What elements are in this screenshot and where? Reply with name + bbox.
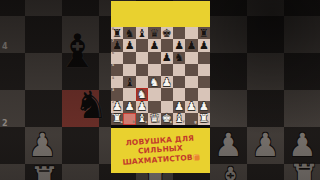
square-d7[interactable]: ♟ [148,39,160,51]
square-c1[interactable]: c♝ [136,113,148,125]
rank-coordinate: 4 [112,77,114,81]
square-b3[interactable] [123,88,135,100]
piece-white-pawn-e4[interactable]: ♟ [161,76,173,88]
square-g1[interactable]: g [185,113,197,125]
square-a2[interactable]: 2♟ [111,101,123,113]
square-f1[interactable]: f♝ [173,113,185,125]
square-f2[interactable]: ♟ [173,101,185,113]
square-h2[interactable]: ♟ [198,101,210,113]
square-e6[interactable]: ♟ [161,52,173,64]
piece-white-pawn-g2[interactable]: ♟ [185,101,197,113]
rank-coordinate: 6 [112,52,114,56]
piece-black-knight-f6[interactable]: ♞ [173,52,185,64]
square-c6[interactable] [136,52,148,64]
square-f7[interactable]: ♟ [173,39,185,51]
square-a3[interactable]: 3 [111,88,123,100]
square-a1[interactable]: 1a♜ [111,113,123,125]
square-d1[interactable]: d♛ [148,113,160,125]
piece-black-bishop-c8[interactable]: ♝ [136,27,148,39]
square-h4[interactable] [198,76,210,88]
piece-black-rook-a8[interactable]: ♜ [111,27,123,39]
square-h6[interactable] [198,52,210,64]
square-f5[interactable] [173,64,185,76]
square-b6[interactable] [123,52,135,64]
square-g3[interactable] [185,88,197,100]
piece-black-knight-b8[interactable]: ♞ [123,27,135,39]
piece-black-queen-d8[interactable]: ♛ [148,27,160,39]
square-h5[interactable] [198,64,210,76]
caption-line-3: ШАХМАТИСТОВ [122,153,200,167]
piece-white-rook-h1[interactable]: ♜ [198,113,210,125]
square-g8[interactable] [185,27,197,39]
square-b2[interactable]: ♟ [123,101,135,113]
square-e3[interactable] [161,88,173,100]
piece-white-rook-a1[interactable]: ♜ [111,113,123,125]
square-e8[interactable]: ♚ [161,27,173,39]
piece-black-pawn-e6[interactable]: ♟ [161,52,173,64]
piece-white-pawn-b2[interactable]: ♟ [123,101,135,113]
bottom-banner: ЛОВУШКА ДЛЯ СИЛЬНЫХ ШАХМАТИСТОВ [111,128,210,173]
piece-white-pawn-a2[interactable]: ♟ [111,101,123,113]
piece-white-bishop-c1[interactable]: ♝ [136,113,148,125]
piece-black-pawn-a7[interactable]: ♟ [111,39,123,51]
square-d3[interactable] [148,88,160,100]
rank-coordinate: 3 [112,89,114,93]
file-coordinate: g [194,121,197,125]
piece-black-bishop-b4[interactable]: ♝ [123,76,135,88]
square-e2[interactable] [161,101,173,113]
square-h3[interactable] [198,88,210,100]
square-f8[interactable] [173,27,185,39]
chess-board[interactable]: 8♜♞♝♛♚♜7♟♟♟♟♟♟6♟♞54♝♞♟3♞2♟♟♟♟♟♟1a♜bc♝d♛e… [111,27,210,125]
video-frame: 42♝♞♟♟♟♟♜♜♝♜ 8♜♞♝♛♚♜7♟♟♟♟♟♟6♟♞54♝♞♟3♞2♟♟… [0,0,320,180]
top-banner [111,1,210,27]
square-e4[interactable]: ♟ [161,76,173,88]
square-c4[interactable] [136,76,148,88]
square-c2[interactable]: ♟ [136,101,148,113]
piece-black-rook-h8[interactable]: ♜ [198,27,210,39]
square-d8[interactable]: ♛ [148,27,160,39]
piece-black-pawn-h7[interactable]: ♟ [198,39,210,51]
piece-white-pawn-h2[interactable]: ♟ [198,101,210,113]
square-g4[interactable] [185,76,197,88]
piece-white-knight-c3[interactable]: ♞ [136,88,148,100]
square-a8[interactable]: 8♜ [111,27,123,39]
square-e1[interactable]: e♚ [161,113,173,125]
square-d4[interactable]: ♞ [148,76,160,88]
piece-white-queen-d1[interactable]: ♛ [148,113,160,125]
square-d2[interactable] [148,101,160,113]
piece-black-pawn-d7[interactable]: ♟ [148,39,160,51]
square-h7[interactable]: ♟ [198,39,210,51]
square-g7[interactable]: ♟ [185,39,197,51]
square-g2[interactable]: ♟ [185,101,197,113]
caption-text: ЛОВУШКА ДЛЯ СИЛЬНЫХ ШАХМАТИСТОВ [111,128,210,173]
square-a7[interactable]: 7♟ [111,39,123,51]
piece-white-knight-d4[interactable]: ♞ [148,76,160,88]
piece-white-pawn-f2[interactable]: ♟ [173,101,185,113]
square-h8[interactable]: ♜ [198,27,210,39]
square-e5[interactable] [161,64,173,76]
piece-black-pawn-f7[interactable]: ♟ [173,39,185,51]
square-b5[interactable] [123,64,135,76]
square-a4[interactable]: 4 [111,76,123,88]
rank-coordinate: 5 [112,64,114,68]
square-d5[interactable] [148,64,160,76]
square-b8[interactable]: ♞ [123,27,135,39]
piece-white-king-e1[interactable]: ♚ [161,113,173,125]
piece-white-bishop-f1[interactable]: ♝ [173,113,185,125]
square-e7[interactable] [161,39,173,51]
orange-square-emoji [194,154,200,160]
piece-black-king-e8[interactable]: ♚ [161,27,173,39]
square-h1[interactable]: h♜ [198,113,210,125]
square-f3[interactable] [173,88,185,100]
square-a6[interactable]: 6 [111,52,123,64]
piece-black-pawn-b7[interactable]: ♟ [123,39,135,51]
square-c5[interactable] [136,64,148,76]
square-c3[interactable]: ♞ [136,88,148,100]
square-g5[interactable] [185,64,197,76]
square-c7[interactable] [136,39,148,51]
square-c8[interactable]: ♝ [136,27,148,39]
square-f4[interactable] [173,76,185,88]
piece-black-pawn-g7[interactable]: ♟ [185,39,197,51]
square-a5[interactable]: 5 [111,64,123,76]
square-f6[interactable]: ♞ [173,52,185,64]
square-b7[interactable]: ♟ [123,39,135,51]
square-g6[interactable] [185,52,197,64]
square-b4[interactable]: ♝ [123,76,135,88]
square-d6[interactable] [148,52,160,64]
square-b1[interactable]: b [123,113,135,125]
file-coordinate: b [132,121,135,125]
piece-white-pawn-c2[interactable]: ♟ [136,101,148,113]
